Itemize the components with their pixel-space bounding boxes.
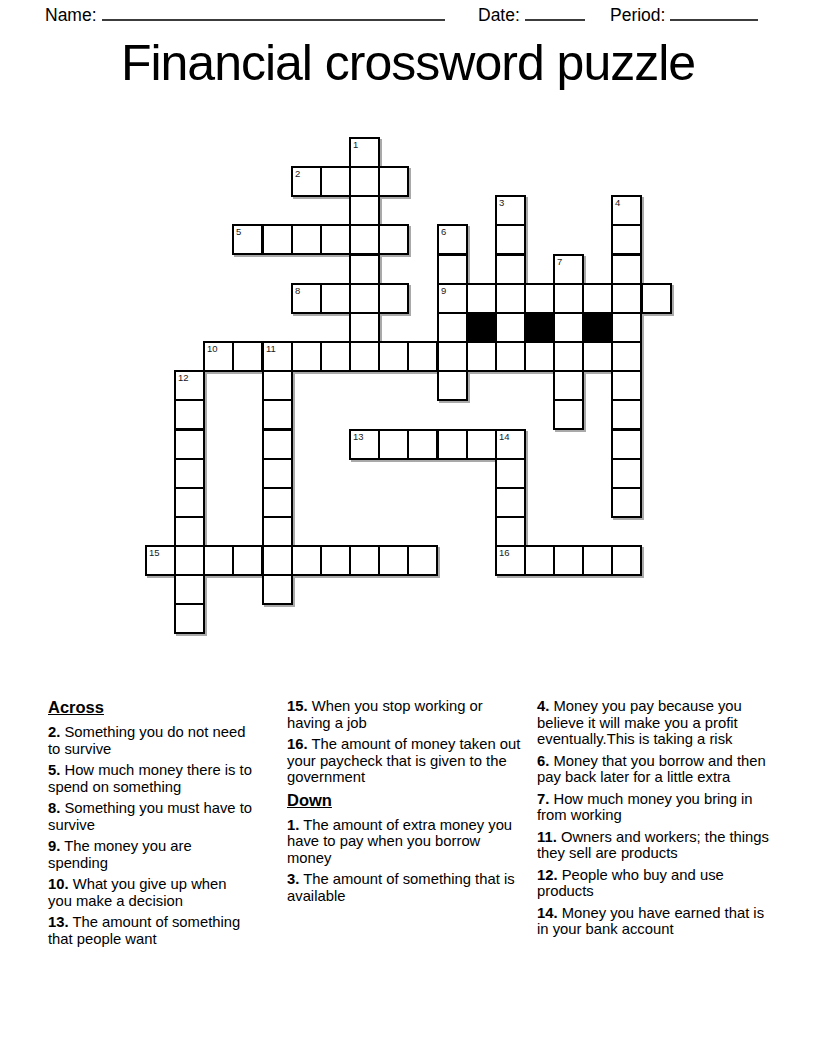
- grid-cell[interactable]: 4: [611, 195, 642, 226]
- grid-cell[interactable]: [466, 341, 497, 372]
- grid-cell[interactable]: [174, 545, 205, 576]
- clue-across-16: 16. The amount of money taken out your p…: [287, 736, 524, 786]
- cell-number: 2: [295, 168, 300, 179]
- clue-across-13: 13. The amount of something that people …: [48, 914, 253, 947]
- down-header: Down: [287, 791, 524, 810]
- grid-cell[interactable]: [611, 312, 642, 343]
- grid-cell[interactable]: 3: [495, 195, 526, 226]
- clue-number: 4.: [537, 698, 549, 714]
- grid-cell[interactable]: [495, 254, 526, 285]
- grid-cell[interactable]: [495, 516, 526, 547]
- clue-number: 15.: [287, 698, 308, 714]
- grid-cell[interactable]: [495, 312, 526, 343]
- grid-cell[interactable]: 14: [495, 429, 526, 460]
- grid-cell[interactable]: [582, 283, 613, 314]
- grid-cell[interactable]: [174, 399, 205, 430]
- date-blank-line[interactable]: [525, 6, 585, 21]
- grid-cell[interactable]: [174, 516, 205, 547]
- grid-cell[interactable]: [349, 254, 380, 285]
- name-label: Name:: [45, 5, 97, 25]
- grid-cell[interactable]: [320, 224, 351, 255]
- grid-cell[interactable]: [349, 195, 380, 226]
- clue-number: 16.: [287, 736, 308, 752]
- grid-cell[interactable]: [203, 545, 234, 576]
- period-blank-line[interactable]: [670, 6, 758, 21]
- grid-cell[interactable]: [349, 545, 380, 576]
- grid-cell[interactable]: [611, 399, 642, 430]
- grid-cell[interactable]: [407, 545, 438, 576]
- period-field: Period:: [610, 5, 758, 26]
- clue-number: 2.: [48, 724, 60, 740]
- grid-cell[interactable]: [611, 283, 642, 314]
- grid-cell[interactable]: [611, 429, 642, 460]
- cell-number: 13: [353, 431, 364, 442]
- grid-cell[interactable]: [262, 370, 293, 401]
- grid-cell[interactable]: [378, 545, 409, 576]
- grid-cell[interactable]: [495, 341, 526, 372]
- grid-cell[interactable]: [262, 574, 293, 605]
- clue-number: 1.: [287, 817, 299, 833]
- clue-across-2: 2. Something you do not need to survive: [48, 724, 253, 757]
- grid-cell[interactable]: 15: [145, 545, 176, 576]
- grid-cell[interactable]: [174, 458, 205, 489]
- clue-number: 3.: [287, 871, 299, 887]
- cell-number: 15: [149, 547, 160, 558]
- page-title: Financial crossword puzzle: [0, 36, 816, 91]
- cell-number: 3: [499, 197, 504, 208]
- black-cell: [582, 312, 613, 343]
- grid-cell[interactable]: [524, 283, 555, 314]
- grid-cell[interactable]: [378, 224, 409, 255]
- grid-cell[interactable]: [174, 574, 205, 605]
- clue-column-1: Across2. Something you do not need to su…: [48, 698, 253, 952]
- clue-down-11: 11. Owners and workers; the things they …: [537, 829, 773, 862]
- grid-cell[interactable]: [174, 603, 205, 634]
- clue-down-1: 1. The amount of extra money you have to…: [287, 817, 524, 867]
- across-header: Across: [48, 698, 253, 717]
- grid-cell[interactable]: [349, 166, 380, 197]
- grid-cell[interactable]: [611, 545, 642, 576]
- clue-across-10: 10. What you give up when you make a dec…: [48, 876, 253, 909]
- grid-cell[interactable]: [553, 370, 584, 401]
- clue-number: 10.: [48, 876, 69, 892]
- clue-down-3: 3. The amount of something that is avail…: [287, 871, 524, 904]
- grid-cell[interactable]: [437, 370, 468, 401]
- grid-cell[interactable]: [437, 312, 468, 343]
- cell-number: 16: [499, 547, 510, 558]
- grid-cell[interactable]: 7: [553, 254, 584, 285]
- clue-across-5: 5. How much money there is to spend on s…: [48, 762, 253, 795]
- clue-down-12: 12. People who buy and use products: [537, 867, 773, 900]
- clue-number: 8.: [48, 800, 60, 816]
- grid-cell[interactable]: [262, 545, 293, 576]
- grid-cell[interactable]: [495, 458, 526, 489]
- clue-number: 6.: [537, 753, 549, 769]
- grid-cell[interactable]: [174, 487, 205, 518]
- grid-cell[interactable]: 9: [437, 283, 468, 314]
- grid-cell[interactable]: [611, 254, 642, 285]
- cell-number: 5: [236, 226, 241, 237]
- name-field: Name:: [45, 5, 445, 26]
- clue-number: 11.: [537, 829, 557, 845]
- grid-cell[interactable]: [349, 312, 380, 343]
- grid-cell[interactable]: [495, 283, 526, 314]
- grid-cell[interactable]: 10: [203, 341, 234, 372]
- clue-column-2: 15. When you stop working or having a jo…: [287, 698, 524, 909]
- grid-cell[interactable]: [611, 458, 642, 489]
- clue-down-4: 4. Money you pay because you believe it …: [537, 698, 773, 748]
- grid-cell[interactable]: [582, 341, 613, 372]
- grid-cell[interactable]: [611, 370, 642, 401]
- cell-number: 8: [295, 285, 300, 296]
- cell-number: 14: [499, 431, 510, 442]
- grid-cell[interactable]: [378, 283, 409, 314]
- clue-down-14: 14. Money you have earned that is in you…: [537, 905, 773, 938]
- grid-cell[interactable]: [553, 399, 584, 430]
- clue-number: 13.: [48, 914, 69, 930]
- clue-number: 7.: [537, 791, 549, 807]
- crossword-grid: 12345678910111213141516: [146, 138, 673, 636]
- grid-cell[interactable]: [553, 341, 584, 372]
- period-label: Period:: [610, 5, 665, 25]
- clue-down-7: 7. How much money you bring in from work…: [537, 791, 773, 824]
- grid-cell[interactable]: [582, 545, 613, 576]
- grid-cell[interactable]: [291, 545, 322, 576]
- grid-cell[interactable]: [320, 283, 351, 314]
- grid-cell[interactable]: [553, 312, 584, 343]
- date-field: Date:: [478, 5, 585, 26]
- grid-cell[interactable]: [407, 429, 438, 460]
- grid-cell[interactable]: [641, 283, 672, 314]
- grid-cell[interactable]: [611, 487, 642, 518]
- grid-cell[interactable]: [174, 429, 205, 460]
- grid-cell[interactable]: [291, 341, 322, 372]
- cell-number: 4: [615, 197, 620, 208]
- clue-down-6: 6. Money that you borrow and then pay ba…: [537, 753, 773, 786]
- clue-across-8: 8. Something you must have to survive: [48, 800, 253, 833]
- clue-across-15: 15. When you stop working or having a jo…: [287, 698, 524, 731]
- grid-cell[interactable]: 5: [232, 224, 263, 255]
- grid-cell[interactable]: [553, 283, 584, 314]
- grid-cell[interactable]: [407, 341, 438, 372]
- grid-cell[interactable]: [524, 341, 555, 372]
- grid-cell[interactable]: 11: [262, 341, 293, 372]
- grid-cell[interactable]: 8: [291, 283, 322, 314]
- clue-number: 5.: [48, 762, 60, 778]
- grid-cell[interactable]: 16: [495, 545, 526, 576]
- grid-cell[interactable]: [320, 341, 351, 372]
- grid-cell[interactable]: [262, 487, 293, 518]
- clue-across-9: 9. The money you are spending: [48, 838, 253, 871]
- grid-cell[interactable]: [262, 458, 293, 489]
- grid-cell[interactable]: [437, 341, 468, 372]
- cell-number: 10: [207, 343, 218, 354]
- grid-cell[interactable]: 12: [174, 370, 205, 401]
- grid-cell[interactable]: [232, 545, 263, 576]
- grid-cell[interactable]: 13: [349, 429, 380, 460]
- black-cell: [466, 312, 497, 343]
- cell-number: 7: [557, 256, 562, 267]
- date-label: Date:: [478, 5, 520, 25]
- grid-cell[interactable]: 1: [349, 137, 380, 168]
- cell-number: 1: [353, 139, 358, 150]
- grid-cell[interactable]: [378, 429, 409, 460]
- grid-cell[interactable]: [466, 429, 497, 460]
- grid-cell[interactable]: 2: [291, 166, 322, 197]
- name-blank-line[interactable]: [102, 6, 445, 21]
- grid-cell[interactable]: [349, 224, 380, 255]
- grid-cell[interactable]: [524, 545, 555, 576]
- grid-cell[interactable]: [262, 516, 293, 547]
- clue-number: 9.: [48, 838, 60, 854]
- grid-cell[interactable]: [349, 341, 380, 372]
- black-cell: [524, 312, 555, 343]
- grid-cell[interactable]: [378, 166, 409, 197]
- grid-cell[interactable]: [437, 254, 468, 285]
- cell-number: 9: [441, 285, 446, 296]
- grid-cell[interactable]: [437, 429, 468, 460]
- clue-number: 12.: [537, 867, 558, 883]
- grid-cell[interactable]: [232, 341, 263, 372]
- grid-cell[interactable]: [466, 283, 497, 314]
- grid-cell[interactable]: [262, 224, 293, 255]
- grid-cell[interactable]: [349, 283, 380, 314]
- cell-number: 6: [441, 226, 446, 237]
- grid-cell[interactable]: [262, 399, 293, 430]
- grid-cell[interactable]: [553, 545, 584, 576]
- grid-cell[interactable]: [320, 545, 351, 576]
- grid-cell[interactable]: [320, 166, 351, 197]
- cell-number: 11: [266, 343, 276, 354]
- grid-cell[interactable]: [378, 341, 409, 372]
- cell-number: 12: [178, 372, 189, 383]
- clue-number: 14.: [537, 905, 558, 921]
- grid-cell[interactable]: [495, 224, 526, 255]
- grid-cell[interactable]: 6: [437, 224, 468, 255]
- grid-cell[interactable]: [262, 429, 293, 460]
- grid-cell[interactable]: [611, 224, 642, 255]
- grid-cell[interactable]: [611, 341, 642, 372]
- grid-cell[interactable]: [495, 487, 526, 518]
- clue-column-3: 4. Money you pay because you believe it …: [537, 698, 773, 943]
- grid-cell[interactable]: [291, 224, 322, 255]
